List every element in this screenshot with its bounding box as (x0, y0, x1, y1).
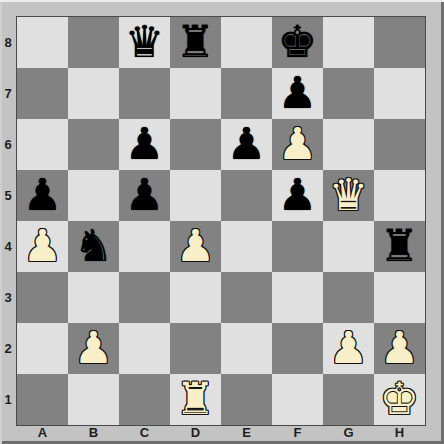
square-b8[interactable] (68, 17, 119, 68)
square-f1[interactable] (272, 374, 323, 425)
rank-label-1: 1 (0, 374, 16, 425)
file-label-f: F (272, 424, 323, 441)
piece-white-king: ♚ (380, 374, 419, 424)
square-c2[interactable] (119, 323, 170, 374)
square-a4[interactable]: ♟ (17, 221, 68, 272)
piece-white-pawn: ♟ (74, 323, 113, 373)
piece-white-rook: ♜ (176, 374, 215, 424)
square-b1[interactable] (68, 374, 119, 425)
square-d4[interactable]: ♟ (170, 221, 221, 272)
square-c3[interactable] (119, 272, 170, 323)
square-h6[interactable] (374, 119, 425, 170)
rank-label-2: 2 (0, 323, 16, 374)
square-d3[interactable] (170, 272, 221, 323)
square-f8[interactable]: ♚ (272, 17, 323, 68)
square-b5[interactable] (68, 170, 119, 221)
square-a3[interactable] (17, 272, 68, 323)
rank-label-7: 7 (0, 68, 16, 119)
piece-white-pawn: ♟ (380, 323, 419, 373)
square-g6[interactable] (323, 119, 374, 170)
square-c1[interactable] (119, 374, 170, 425)
file-label-g: G (323, 424, 374, 441)
piece-black-queen: ♛ (125, 17, 164, 67)
square-f7[interactable]: ♟ (272, 68, 323, 119)
square-d6[interactable] (170, 119, 221, 170)
piece-black-pawn: ♟ (125, 119, 164, 169)
square-e8[interactable] (221, 17, 272, 68)
square-e6[interactable]: ♟ (221, 119, 272, 170)
square-b3[interactable] (68, 272, 119, 323)
square-h4[interactable]: ♜ (374, 221, 425, 272)
file-labels: ABCDEFGH (17, 424, 425, 441)
rank-label-8: 8 (0, 17, 16, 68)
piece-white-pawn: ♟ (278, 119, 317, 169)
rank-labels: 87654321 (0, 17, 16, 425)
square-h2[interactable]: ♟ (374, 323, 425, 374)
square-f2[interactable] (272, 323, 323, 374)
piece-black-rook: ♜ (380, 221, 419, 271)
square-b4[interactable]: ♞ (68, 221, 119, 272)
file-label-e: E (221, 424, 272, 441)
square-f5[interactable]: ♟ (272, 170, 323, 221)
file-label-b: B (68, 424, 119, 441)
square-b6[interactable] (68, 119, 119, 170)
square-h8[interactable] (374, 17, 425, 68)
square-f3[interactable] (272, 272, 323, 323)
piece-black-king: ♚ (278, 17, 317, 67)
square-a5[interactable]: ♟ (17, 170, 68, 221)
square-c5[interactable]: ♟ (119, 170, 170, 221)
square-a1[interactable] (17, 374, 68, 425)
square-c7[interactable] (119, 68, 170, 119)
piece-white-pawn: ♟ (176, 221, 215, 271)
file-label-d: D (170, 424, 221, 441)
rank-label-3: 3 (0, 272, 16, 323)
piece-white-queen: ♛ (329, 170, 368, 220)
chess-diagram: 87654321 ♛♜♚♟♟♟♟♟♟♟♛♟♞♟♜♟♟♟♜♚ ABCDEFGH (0, 0, 444, 444)
rank-label-4: 4 (0, 221, 16, 272)
square-e2[interactable] (221, 323, 272, 374)
square-h5[interactable] (374, 170, 425, 221)
square-d2[interactable] (170, 323, 221, 374)
square-a7[interactable] (17, 68, 68, 119)
piece-black-pawn: ♟ (125, 170, 164, 220)
square-g7[interactable] (323, 68, 374, 119)
square-d1[interactable]: ♜ (170, 374, 221, 425)
file-label-c: C (119, 424, 170, 441)
rank-label-6: 6 (0, 119, 16, 170)
chess-board: ♛♜♚♟♟♟♟♟♟♟♛♟♞♟♜♟♟♟♜♚ (16, 16, 426, 426)
piece-black-pawn: ♟ (227, 119, 266, 169)
square-h1[interactable]: ♚ (374, 374, 425, 425)
square-g5[interactable]: ♛ (323, 170, 374, 221)
square-g8[interactable] (323, 17, 374, 68)
square-c8[interactable]: ♛ (119, 17, 170, 68)
square-d8[interactable]: ♜ (170, 17, 221, 68)
square-c6[interactable]: ♟ (119, 119, 170, 170)
square-h7[interactable] (374, 68, 425, 119)
piece-white-pawn: ♟ (23, 221, 62, 271)
square-e1[interactable] (221, 374, 272, 425)
file-label-a: A (17, 424, 68, 441)
piece-black-knight: ♞ (74, 221, 113, 271)
rank-label-5: 5 (0, 170, 16, 221)
square-e3[interactable] (221, 272, 272, 323)
piece-black-pawn: ♟ (278, 170, 317, 220)
square-f4[interactable] (272, 221, 323, 272)
piece-black-rook: ♜ (176, 17, 215, 67)
piece-black-pawn: ♟ (278, 68, 317, 118)
square-g4[interactable] (323, 221, 374, 272)
square-g1[interactable] (323, 374, 374, 425)
square-b2[interactable]: ♟ (68, 323, 119, 374)
piece-white-pawn: ♟ (329, 323, 368, 373)
file-label-h: H (374, 424, 425, 441)
square-a8[interactable] (17, 17, 68, 68)
square-c4[interactable] (119, 221, 170, 272)
square-d7[interactable] (170, 68, 221, 119)
square-b7[interactable] (68, 68, 119, 119)
square-f6[interactable]: ♟ (272, 119, 323, 170)
piece-black-pawn: ♟ (23, 170, 62, 220)
square-a2[interactable] (17, 323, 68, 374)
square-h3[interactable] (374, 272, 425, 323)
square-g3[interactable] (323, 272, 374, 323)
square-g2[interactable]: ♟ (323, 323, 374, 374)
square-e5[interactable] (221, 170, 272, 221)
square-d5[interactable] (170, 170, 221, 221)
square-e4[interactable] (221, 221, 272, 272)
square-a6[interactable] (17, 119, 68, 170)
square-e7[interactable] (221, 68, 272, 119)
